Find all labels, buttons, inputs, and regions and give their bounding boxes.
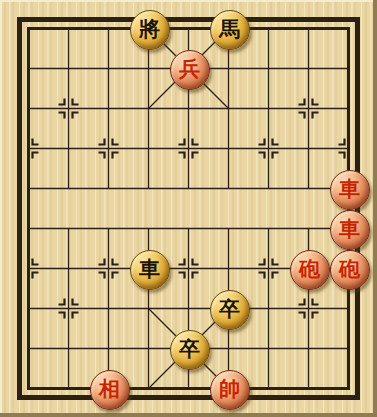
piece-glyph: 馬 (219, 19, 240, 40)
piece-glyph: 兵 (179, 59, 200, 80)
piece-red-elephant[interactable]: 相 (90, 370, 130, 410)
piece-glyph: 卒 (179, 339, 200, 360)
piece-black-general[interactable]: 將 (130, 10, 170, 50)
piece-red-soldier[interactable]: 兵 (170, 50, 210, 90)
piece-red-chariot[interactable]: 車 (330, 170, 370, 210)
piece-layer[interactable]: 將馬兵車車車砲砲卒卒相帥 (9, 9, 369, 409)
piece-glyph: 相 (99, 379, 120, 400)
piece-glyph: 砲 (299, 259, 320, 280)
piece-glyph: 車 (339, 179, 360, 200)
piece-black-horse[interactable]: 馬 (210, 10, 250, 50)
xiangqi-board: 將馬兵車車車砲砲卒卒相帥 (0, 0, 377, 417)
piece-black-chariot[interactable]: 車 (130, 250, 170, 290)
piece-glyph: 車 (339, 219, 360, 240)
piece-red-cannon[interactable]: 砲 (330, 250, 370, 290)
piece-red-general[interactable]: 帥 (210, 370, 250, 410)
piece-glyph: 車 (139, 259, 160, 280)
piece-red-chariot[interactable]: 車 (330, 210, 370, 250)
piece-glyph: 帥 (219, 379, 240, 400)
piece-glyph: 砲 (339, 259, 360, 280)
piece-black-soldier[interactable]: 卒 (170, 330, 210, 370)
piece-glyph: 卒 (219, 299, 240, 320)
piece-glyph: 將 (139, 19, 160, 40)
piece-black-soldier[interactable]: 卒 (210, 290, 250, 330)
piece-red-cannon[interactable]: 砲 (290, 250, 330, 290)
